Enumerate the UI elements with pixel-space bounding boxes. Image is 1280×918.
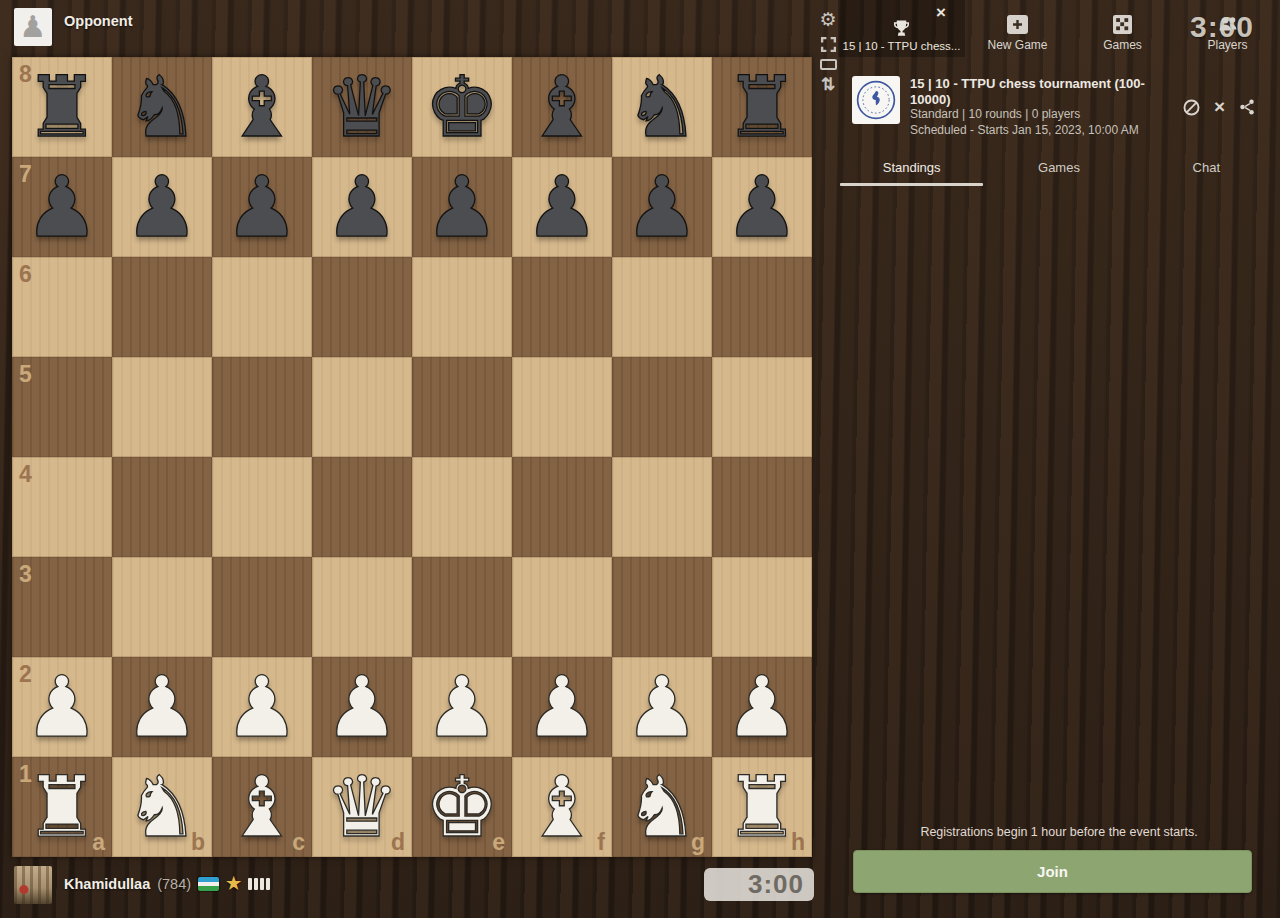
rank-label-3: 3 xyxy=(19,561,32,588)
piece-black-knight[interactable]: ♞ xyxy=(612,57,712,157)
piece-black-pawn[interactable]: ♟ xyxy=(12,157,112,257)
piece-white-king[interactable]: ♚ xyxy=(412,757,512,857)
square-g2[interactable]: ♟ xyxy=(612,657,712,757)
registration-note: Registrations begin 1 hour before the ev… xyxy=(838,825,1280,839)
square-h3[interactable] xyxy=(712,557,812,657)
tab-tournament-label: 15 | 10 - TTPU chess... xyxy=(843,40,961,52)
subtab-games[interactable]: Games xyxy=(985,148,1132,186)
trophy-icon xyxy=(892,18,911,38)
square-f4[interactable] xyxy=(512,457,612,557)
square-h5[interactable] xyxy=(712,357,812,457)
tab-tournament[interactable]: × 15 | 10 - TTPU chess... xyxy=(838,0,965,57)
piece-white-pawn[interactable]: ♟ xyxy=(612,657,712,757)
rank-label-5: 5 xyxy=(19,361,32,388)
square-a6[interactable]: 6 xyxy=(12,257,112,357)
gear-icon[interactable]: ⚙ xyxy=(819,10,836,30)
tournament-info: 15 | 10 - TTPU chess tournament (100-100… xyxy=(910,76,1182,138)
piece-black-rook[interactable]: ♜ xyxy=(12,57,112,157)
square-b8[interactable]: ♞ xyxy=(112,57,212,157)
piece-white-pawn[interactable]: ♟ xyxy=(312,657,412,757)
square-c8[interactable]: ♝ xyxy=(212,57,312,157)
square-b5[interactable] xyxy=(112,357,212,457)
square-d3[interactable] xyxy=(312,557,412,657)
tournament-subtabs: Standings Games Chat xyxy=(838,148,1280,186)
new-game-icon xyxy=(1007,14,1028,34)
tournament-schedule: Scheduled - Starts Jan 15, 2023, 10:00 A… xyxy=(910,123,1182,139)
piece-white-rook[interactable]: ♜ xyxy=(712,757,812,857)
piece-white-pawn[interactable]: ♟ xyxy=(12,657,112,757)
square-a1[interactable]: 1a♜ xyxy=(12,757,112,857)
square-f8[interactable]: ♝ xyxy=(512,57,612,157)
piece-black-pawn[interactable]: ♟ xyxy=(312,157,412,257)
tab-games-label: Games xyxy=(1103,38,1142,52)
square-a7[interactable]: 7♟ xyxy=(12,157,112,257)
square-f1[interactable]: f♝ xyxy=(512,757,612,857)
square-b7[interactable]: ♟ xyxy=(112,157,212,257)
star-icon: ★ xyxy=(226,877,241,891)
share-icon[interactable] xyxy=(1238,98,1256,116)
block-icon[interactable] xyxy=(1182,98,1201,117)
opponent-avatar[interactable]: ♟ xyxy=(14,8,52,46)
square-c7[interactable]: ♟ xyxy=(212,157,312,257)
close-icon[interactable]: × xyxy=(1214,98,1225,116)
square-h4[interactable] xyxy=(712,457,812,557)
tournament-logo xyxy=(852,76,900,124)
square-c6[interactable] xyxy=(212,257,312,357)
games-board-icon xyxy=(1113,14,1132,34)
square-f5[interactable] xyxy=(512,357,612,457)
piece-black-king[interactable]: ♚ xyxy=(412,57,512,157)
square-a3[interactable]: 3 xyxy=(12,557,112,657)
square-b3[interactable] xyxy=(112,557,212,657)
opponent-name-row: Opponent xyxy=(64,13,132,29)
square-a8[interactable]: 8♜ xyxy=(12,57,112,157)
square-b1[interactable]: b♞ xyxy=(112,757,212,857)
square-e2[interactable]: ♟ xyxy=(412,657,512,757)
square-b6[interactable] xyxy=(112,257,212,357)
piece-white-pawn[interactable]: ♟ xyxy=(712,657,812,757)
piece-black-rook[interactable]: ♜ xyxy=(712,57,812,157)
square-f2[interactable]: ♟ xyxy=(512,657,612,757)
right-panel: × 15 | 10 - TTPU chess... New Game xyxy=(838,0,1280,918)
square-b2[interactable]: ♟ xyxy=(112,657,212,757)
piece-white-queen[interactable]: ♛ xyxy=(312,757,412,857)
tournament-title: 15 | 10 - TTPU chess tournament (100-100… xyxy=(910,76,1182,107)
square-d6[interactable] xyxy=(312,257,412,357)
piece-black-pawn[interactable]: ♟ xyxy=(112,157,212,257)
close-tab-icon[interactable]: × xyxy=(936,4,946,21)
player-rating: (784) xyxy=(157,876,191,892)
square-d1[interactable]: d♛ xyxy=(312,757,412,857)
piece-black-knight[interactable]: ♞ xyxy=(112,57,212,157)
piece-black-pawn[interactable]: ♟ xyxy=(212,157,312,257)
square-h7[interactable]: ♟ xyxy=(712,157,812,257)
chess-board[interactable]: 8♜♞♝♛♚♝♞♜7♟♟♟♟♟♟♟♟65432♟♟♟♟♟♟♟♟1a♜b♞c♝d♛… xyxy=(12,57,812,857)
fullscreen-icon[interactable] xyxy=(820,36,837,53)
subtab-standings[interactable]: Standings xyxy=(838,148,985,186)
player-name: Khamidullaa xyxy=(64,876,150,892)
square-g4[interactable] xyxy=(612,457,712,557)
board-controls: ⚙ ⇅ xyxy=(816,10,840,94)
square-d4[interactable] xyxy=(312,457,412,557)
opponent-name: Opponent xyxy=(64,13,132,29)
square-c5[interactable] xyxy=(212,357,312,457)
square-f7[interactable]: ♟ xyxy=(512,157,612,257)
square-h6[interactable] xyxy=(712,257,812,357)
square-d2[interactable]: ♟ xyxy=(312,657,412,757)
pawn-avatar-icon: ♟ xyxy=(20,8,47,46)
square-a5[interactable]: 5 xyxy=(12,357,112,457)
square-c4[interactable] xyxy=(212,457,312,557)
players-icon xyxy=(1217,14,1239,34)
panel-tab-bar: × 15 | 10 - TTPU chess... New Game xyxy=(838,0,1280,57)
piece-white-pawn[interactable]: ♟ xyxy=(112,657,212,757)
square-c2[interactable]: ♟ xyxy=(212,657,312,757)
piece-black-pawn[interactable]: ♟ xyxy=(412,157,512,257)
tab-players[interactable]: Players xyxy=(1175,0,1280,57)
tab-new-game-label: New Game xyxy=(987,38,1047,52)
tab-new-game[interactable]: New Game xyxy=(965,0,1070,57)
square-a4[interactable]: 4 xyxy=(12,457,112,557)
square-g8[interactable]: ♞ xyxy=(612,57,712,157)
square-d5[interactable] xyxy=(312,357,412,457)
square-h2[interactable]: ♟ xyxy=(712,657,812,757)
tab-players-label: Players xyxy=(1207,38,1247,52)
tournament-details: Standard | 10 rounds | 0 players xyxy=(910,107,1182,123)
subtab-chat[interactable]: Chat xyxy=(1133,148,1280,186)
square-d7[interactable]: ♟ xyxy=(312,157,412,257)
board-frame-icon[interactable] xyxy=(820,59,837,70)
square-c3[interactable] xyxy=(212,557,312,657)
square-c1[interactable]: c♝ xyxy=(212,757,312,857)
join-button[interactable]: Join xyxy=(853,850,1252,893)
chess-app-window: ♟ Opponent 3:00 8♜♞♝♛♚♝♞♜7♟♟♟♟♟♟♟♟65432♟… xyxy=(0,0,1280,918)
rank-label-4: 4 xyxy=(19,461,32,488)
player-clock: 3:00 xyxy=(704,868,814,901)
piece-black-pawn[interactable]: ♟ xyxy=(612,157,712,257)
square-b4[interactable] xyxy=(112,457,212,557)
player-name-row: Khamidullaa (784) ★ xyxy=(64,876,270,892)
piece-black-pawn[interactable]: ♟ xyxy=(512,157,612,257)
tab-games[interactable]: Games xyxy=(1070,0,1175,57)
rank-label-6: 6 xyxy=(19,261,32,288)
square-h1[interactable]: h♜ xyxy=(712,757,812,857)
player-avatar-photo[interactable] xyxy=(14,866,52,904)
square-e3[interactable] xyxy=(412,557,512,657)
tournament-card: 15 | 10 - TTPU chess tournament (100-100… xyxy=(838,70,1280,144)
piece-white-bishop[interactable]: ♝ xyxy=(212,757,312,857)
square-e6[interactable] xyxy=(412,257,512,357)
square-e1[interactable]: e♚ xyxy=(412,757,512,857)
rating-bars xyxy=(248,878,270,890)
square-f6[interactable] xyxy=(512,257,612,357)
square-e4[interactable] xyxy=(412,457,512,557)
piece-white-pawn[interactable]: ♟ xyxy=(512,657,612,757)
square-g5[interactable] xyxy=(612,357,712,457)
piece-white-knight[interactable]: ♞ xyxy=(112,757,212,857)
piece-black-bishop[interactable]: ♝ xyxy=(212,57,312,157)
square-d8[interactable]: ♛ xyxy=(312,57,412,157)
square-e5[interactable] xyxy=(412,357,512,457)
tournament-actions: × xyxy=(1182,76,1280,138)
square-f3[interactable] xyxy=(512,557,612,657)
square-g3[interactable] xyxy=(612,557,712,657)
square-h8[interactable]: ♜ xyxy=(712,57,812,157)
square-a2[interactable]: 2♟ xyxy=(12,657,112,757)
piece-black-bishop[interactable]: ♝ xyxy=(512,57,612,157)
uzbekistan-flag xyxy=(198,877,219,891)
piece-white-pawn[interactable]: ♟ xyxy=(212,657,312,757)
square-g1[interactable]: g♞ xyxy=(612,757,712,857)
flip-board-icon[interactable]: ⇅ xyxy=(821,76,835,94)
piece-black-queen[interactable]: ♛ xyxy=(312,57,412,157)
square-e8[interactable]: ♚ xyxy=(412,57,512,157)
piece-white-rook[interactable]: ♜ xyxy=(12,757,112,857)
piece-white-pawn[interactable]: ♟ xyxy=(412,657,512,757)
square-e7[interactable]: ♟ xyxy=(412,157,512,257)
active-subtab-underline xyxy=(840,183,983,186)
piece-black-pawn[interactable]: ♟ xyxy=(712,157,812,257)
piece-white-knight[interactable]: ♞ xyxy=(612,757,712,857)
piece-white-bishop[interactable]: ♝ xyxy=(512,757,612,857)
square-g6[interactable] xyxy=(612,257,712,357)
square-g7[interactable]: ♟ xyxy=(612,157,712,257)
